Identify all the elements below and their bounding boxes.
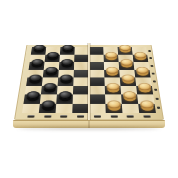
board-square[interactable]	[29, 62, 45, 70]
white-piece[interactable]	[106, 83, 119, 90]
board-square[interactable]	[118, 47, 133, 54]
board-square[interactable]	[89, 86, 105, 95]
bottom-frame-coordinate-marks	[22, 115, 155, 117]
white-piece[interactable]	[139, 100, 154, 108]
board-hinge-seam	[87, 43, 91, 126]
board-square[interactable]	[58, 77, 74, 85]
board-square[interactable]	[22, 103, 40, 112]
black-piece[interactable]	[46, 52, 59, 58]
white-piece[interactable]	[105, 67, 118, 74]
black-piece[interactable]	[31, 59, 44, 65]
board-square[interactable]	[41, 86, 58, 95]
frame-mark	[110, 115, 117, 117]
board-square[interactable]	[56, 103, 73, 112]
board-square[interactable]	[121, 94, 138, 103]
frame-mark	[150, 65, 153, 67]
board-square[interactable]	[89, 103, 106, 112]
black-piece[interactable]	[28, 75, 42, 82]
board-square[interactable]	[136, 86, 153, 95]
frame-mark	[149, 57, 152, 59]
board-square[interactable]	[39, 103, 56, 112]
board-square[interactable]	[89, 77, 105, 85]
board-square[interactable]	[56, 94, 73, 103]
board-square[interactable]	[120, 77, 136, 85]
white-piece[interactable]	[121, 75, 134, 82]
frame-mark	[153, 81, 157, 83]
frame-mark	[154, 89, 158, 91]
black-piece[interactable]	[59, 75, 72, 82]
board-square[interactable]	[133, 54, 149, 61]
board-drop-shadow	[17, 127, 161, 130]
board-square[interactable]	[105, 86, 121, 95]
frame-mark	[44, 115, 51, 117]
frame-mark	[27, 115, 34, 117]
frame-mark	[148, 50, 151, 52]
frame-mark	[155, 97, 159, 99]
frame-mark	[151, 73, 154, 75]
frame-mark	[144, 115, 151, 117]
white-piece[interactable]	[119, 45, 131, 51]
white-piece[interactable]	[137, 83, 151, 90]
product-photo-canvas	[0, 0, 178, 178]
black-piece[interactable]	[33, 45, 46, 51]
board-square[interactable]	[89, 69, 104, 77]
board-square[interactable]	[43, 69, 59, 77]
checkers-board	[14, 45, 164, 120]
frame-mark	[157, 106, 161, 108]
board-square[interactable]	[60, 47, 75, 54]
board-square[interactable]	[89, 94, 105, 103]
white-piece[interactable]	[135, 67, 148, 74]
board-square[interactable]	[45, 54, 60, 61]
frame-mark	[127, 115, 134, 117]
board-square[interactable]	[104, 69, 120, 77]
white-piece[interactable]	[134, 52, 147, 58]
frame-mark	[61, 115, 68, 117]
white-piece[interactable]	[120, 59, 133, 65]
black-piece[interactable]	[43, 83, 57, 90]
board-square[interactable]	[134, 69, 150, 77]
board-square[interactable]	[31, 47, 46, 54]
board-square[interactable]	[122, 103, 139, 112]
board-square[interactable]	[105, 103, 122, 112]
board-square[interactable]	[26, 77, 43, 85]
black-piece[interactable]	[45, 67, 58, 74]
frame-mark	[77, 115, 84, 117]
white-piece[interactable]	[122, 91, 136, 99]
frame-mark	[94, 115, 101, 117]
board-square[interactable]	[138, 103, 156, 112]
white-piece[interactable]	[105, 52, 117, 58]
black-piece[interactable]	[41, 100, 55, 108]
black-piece[interactable]	[60, 59, 73, 65]
black-piece[interactable]	[61, 45, 73, 51]
black-piece[interactable]	[26, 91, 40, 99]
board-square[interactable]	[59, 62, 74, 70]
white-piece[interactable]	[107, 100, 121, 108]
board-square[interactable]	[119, 62, 135, 70]
board-square[interactable]	[89, 62, 104, 70]
board-square[interactable]	[89, 47, 104, 54]
board-square[interactable]	[89, 54, 104, 61]
board-square[interactable]	[104, 54, 119, 61]
black-piece[interactable]	[58, 91, 72, 99]
board-square[interactable]	[23, 94, 40, 103]
